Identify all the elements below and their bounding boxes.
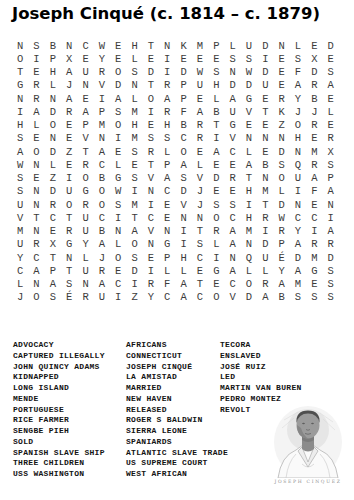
grid-cell: X: [323, 145, 339, 158]
grid-cell: A: [192, 105, 208, 118]
grid-cell: B: [208, 105, 224, 118]
grid-cell: D: [175, 66, 191, 79]
grid-cell: A: [159, 92, 175, 105]
portrait-caption: JOSEPH CINQUEZ: [272, 479, 344, 484]
grid-cell: X: [306, 52, 322, 65]
grid-cell: N: [192, 211, 208, 224]
word-list-item: RELEASED: [126, 405, 228, 416]
grid-cell: O: [208, 291, 224, 304]
grid-cell: P: [77, 119, 93, 132]
grid-cell: P: [159, 251, 175, 264]
grid-cell: S: [274, 158, 290, 171]
grid-cell: U: [77, 225, 93, 238]
grid-cell: R: [77, 291, 93, 304]
grid-cell: U: [77, 66, 93, 79]
word-list-item: MARTIN VAN BUREN: [220, 383, 302, 394]
grid-cell: L: [274, 185, 290, 198]
word-list-item: CONNECTICUT: [126, 351, 228, 362]
grid-cell: S: [290, 291, 306, 304]
grid-cell: V: [192, 172, 208, 185]
grid-cell: R: [28, 92, 44, 105]
grid-cell: D: [175, 185, 191, 198]
grid-cell: N: [45, 132, 61, 145]
grid-cell: O: [175, 145, 191, 158]
grid-cell: L: [323, 105, 339, 118]
grid-cell: W: [12, 158, 28, 171]
grid-cell: I: [110, 291, 126, 304]
word-list-item: SOLD: [13, 437, 105, 448]
grid-cell: S: [175, 172, 191, 185]
grid-cell: D: [323, 39, 339, 52]
grid-cell: C: [12, 264, 28, 277]
grid-cell: W: [241, 66, 257, 79]
grid-cell: A: [290, 238, 306, 251]
grid-cell: L: [175, 264, 191, 277]
grid-cell: E: [306, 278, 322, 291]
grid-cell: G: [159, 238, 175, 251]
grid-cell: Y: [274, 264, 290, 277]
grid-cell: G: [77, 185, 93, 198]
grid-cell: Y: [290, 92, 306, 105]
grid-cell: C: [45, 211, 61, 224]
grid-cell: O: [28, 291, 44, 304]
grid-cell: S: [110, 198, 126, 211]
grid-cell: I: [208, 132, 224, 145]
grid-cell: M: [126, 198, 142, 211]
word-list-item: KIDNAPPED: [13, 372, 105, 383]
grid-cell: O: [143, 92, 159, 105]
grid-cell: I: [94, 92, 110, 105]
grid-cell: E: [224, 185, 240, 198]
grid-cell: N: [290, 198, 306, 211]
grid-cell: D: [274, 198, 290, 211]
grid-cell: V: [241, 105, 257, 118]
grid-cell: U: [94, 291, 110, 304]
grid-cell: R: [159, 79, 175, 92]
grid-cell: L: [110, 158, 126, 171]
grid-cell: Y: [290, 225, 306, 238]
grid-cell: E: [28, 132, 44, 145]
grid-cell: N: [110, 225, 126, 238]
grid-cell: C: [192, 251, 208, 264]
grid-cell: S: [12, 172, 28, 185]
grid-cell: P: [274, 238, 290, 251]
grid-cell: C: [77, 39, 93, 52]
grid-cell: T: [208, 119, 224, 132]
grid-cell: P: [45, 52, 61, 65]
grid-cell: T: [143, 39, 159, 52]
grid-cell: T: [143, 79, 159, 92]
grid-cell: E: [306, 132, 322, 145]
grid-cell: X: [61, 52, 77, 65]
grid-cell: E: [257, 145, 273, 158]
grid-cell: E: [323, 92, 339, 105]
grid-cell: G: [110, 172, 126, 185]
grid-cell: S: [110, 105, 126, 118]
grid-cell: S: [61, 278, 77, 291]
grid-cell: E: [143, 52, 159, 65]
grid-cell: O: [61, 198, 77, 211]
word-list-item: ROGER S BALDWIN: [126, 415, 228, 426]
grid-cell: T: [192, 225, 208, 238]
word-list-item: ATLANTIC SLAVE TRADE: [126, 448, 228, 459]
grid-cell: U: [290, 172, 306, 185]
grid-cell: O: [208, 211, 224, 224]
grid-cell: V: [143, 172, 159, 185]
grid-cell: S: [323, 66, 339, 79]
grid-cell: R: [77, 158, 93, 171]
grid-cell: E: [274, 66, 290, 79]
word-search-grid: NSBNCWEHTNKMPLUDNLEDOIPXEYELEIEEESSIESXE…: [12, 39, 339, 304]
grid-cell: H: [241, 185, 257, 198]
grid-cell: C: [159, 291, 175, 304]
word-list-item: JOSEPH CINQUÉ: [126, 362, 228, 373]
grid-cell: A: [323, 225, 339, 238]
grid-cell: R: [323, 238, 339, 251]
grid-cell: O: [28, 145, 44, 158]
grid-cell: A: [224, 92, 240, 105]
grid-cell: U: [12, 238, 28, 251]
grid-cell: E: [257, 119, 273, 132]
grid-cell: R: [77, 198, 93, 211]
grid-cell: S: [12, 185, 28, 198]
grid-cell: N: [28, 158, 44, 171]
grid-cell: S: [126, 251, 142, 264]
grid-cell: G: [61, 238, 77, 251]
grid-cell: A: [175, 158, 191, 171]
grid-cell: V: [12, 211, 28, 224]
grid-cell: I: [126, 185, 142, 198]
word-list-item: SIERRA LEONE: [126, 426, 228, 437]
grid-cell: S: [306, 291, 322, 304]
grid-cell: E: [110, 52, 126, 65]
grid-cell: N: [28, 198, 44, 211]
grid-cell: S: [192, 238, 208, 251]
grid-cell: O: [77, 172, 93, 185]
grid-cell: E: [323, 119, 339, 132]
grid-cell: M: [126, 105, 142, 118]
grid-cell: A: [224, 225, 240, 238]
grid-cell: P: [208, 39, 224, 52]
grid-cell: Y: [143, 291, 159, 304]
word-list-item: RICE FARMER: [13, 415, 105, 426]
grid-cell: O: [110, 66, 126, 79]
grid-cell: E: [306, 39, 322, 52]
grid-cell: A: [323, 79, 339, 92]
word-list-item: LED: [220, 372, 302, 383]
grid-cell: L: [224, 39, 240, 52]
grid-cell: L: [45, 158, 61, 171]
grid-cell: Q: [241, 251, 257, 264]
grid-cell: O: [241, 278, 257, 291]
grid-cell: E: [274, 52, 290, 65]
grid-cell: N: [45, 92, 61, 105]
grid-cell: A: [94, 238, 110, 251]
grid-cell: M: [94, 119, 110, 132]
word-list-item: NEW HAVEN: [126, 394, 228, 405]
grid-cell: E: [143, 119, 159, 132]
word-list-item: MENDE: [13, 394, 105, 405]
grid-cell: D: [323, 251, 339, 264]
grid-cell: I: [257, 52, 273, 65]
grid-cell: M: [290, 278, 306, 291]
grid-cell: R: [192, 119, 208, 132]
grid-cell: E: [323, 52, 339, 65]
grid-cell: I: [208, 251, 224, 264]
grid-cell: I: [143, 105, 159, 118]
grid-cell: L: [290, 39, 306, 52]
grid-cell: C: [28, 251, 44, 264]
grid-cell: R: [94, 264, 110, 277]
grid-cell: H: [159, 119, 175, 132]
grid-cell: N: [61, 251, 77, 264]
grid-cell: E: [28, 172, 44, 185]
word-list-item: US SUPREME COURT: [126, 458, 228, 469]
grid-cell: S: [159, 132, 175, 145]
grid-cell: V: [94, 79, 110, 92]
grid-cell: M: [257, 185, 273, 198]
word-list-item: LONG ISLAND: [13, 383, 105, 394]
grid-cell: W: [94, 39, 110, 52]
grid-cell: V: [77, 132, 93, 145]
grid-cell: L: [241, 264, 257, 277]
grid-cell: A: [208, 145, 224, 158]
grid-cell: L: [159, 145, 175, 158]
grid-cell: N: [257, 132, 273, 145]
grid-cell: R: [274, 92, 290, 105]
word-list-item: JOSÉ RUIZ: [220, 362, 302, 373]
grid-cell: D: [143, 66, 159, 79]
word-list-item: JOHN QUINCY ADAMS: [13, 362, 105, 373]
word-list-item: USS WASHINGTON: [13, 469, 105, 480]
grid-cell: R: [159, 105, 175, 118]
grid-cell: C: [224, 211, 240, 224]
grid-cell: D: [306, 66, 322, 79]
grid-cell: D: [110, 79, 126, 92]
grid-cell: R: [28, 79, 44, 92]
grid-cell: A: [110, 92, 126, 105]
grid-cell: U: [77, 211, 93, 224]
grid-cell: E: [77, 92, 93, 105]
grid-cell: A: [257, 291, 273, 304]
grid-cell: U: [224, 105, 240, 118]
word-list-column-2: AFRICANSCONNECTICUTJOSEPH CINQUÉLA AMIST…: [126, 340, 228, 480]
grid-cell: N: [323, 198, 339, 211]
grid-cell: G: [306, 264, 322, 277]
grid-cell: D: [257, 66, 273, 79]
grid-cell: D: [257, 238, 273, 251]
grid-cell: T: [143, 158, 159, 171]
grid-cell: C: [224, 278, 240, 291]
grid-cell: N: [94, 132, 110, 145]
grid-cell: S: [45, 291, 61, 304]
grid-cell: I: [143, 264, 159, 277]
grid-cell: E: [110, 264, 126, 277]
grid-cell: N: [126, 79, 142, 92]
grid-cell: C: [94, 158, 110, 171]
joseph-cinque-portrait: JOSEPH CINQUEZ: [272, 404, 344, 484]
grid-cell: X: [45, 238, 61, 251]
grid-cell: T: [12, 66, 28, 79]
grid-cell: A: [224, 238, 240, 251]
grid-cell: R: [143, 145, 159, 158]
grid-cell: D: [257, 39, 273, 52]
grid-cell: I: [28, 52, 44, 65]
grid-cell: N: [28, 225, 44, 238]
grid-cell: E: [28, 66, 44, 79]
grid-cell: S: [143, 132, 159, 145]
grid-cell: I: [159, 52, 175, 65]
word-list-item: ENSLAVED: [220, 351, 302, 362]
grid-cell: É: [274, 251, 290, 264]
grid-cell: L: [241, 145, 257, 158]
grid-cell: E: [208, 278, 224, 291]
grid-cell: A: [306, 172, 322, 185]
grid-cell: I: [143, 198, 159, 211]
grid-cell: H: [45, 66, 61, 79]
grid-cell: N: [159, 225, 175, 238]
grid-cell: N: [143, 185, 159, 198]
grid-cell: Z: [274, 119, 290, 132]
grid-cell: A: [94, 278, 110, 291]
grid-cell: N: [143, 238, 159, 251]
grid-cell: L: [45, 79, 61, 92]
grid-cell: E: [192, 52, 208, 65]
grid-cell: U: [77, 264, 93, 277]
grid-cell: N: [274, 39, 290, 52]
grid-cell: N: [61, 39, 77, 52]
grid-cell: T: [192, 278, 208, 291]
grid-cell: H: [126, 39, 142, 52]
grid-cell: E: [61, 158, 77, 171]
grid-cell: A: [241, 158, 257, 171]
grid-cell: M: [192, 39, 208, 52]
grid-cell: K: [274, 105, 290, 118]
grid-cell: S: [126, 145, 142, 158]
grid-cell: T: [77, 145, 93, 158]
grid-cell: D: [290, 251, 306, 264]
grid-cell: V: [175, 198, 191, 211]
grid-cell: E: [208, 52, 224, 65]
grid-cell: D: [274, 145, 290, 158]
grid-cell: T: [45, 251, 61, 264]
grid-cell: A: [290, 79, 306, 92]
grid-cell: V: [224, 291, 240, 304]
grid-cell: J: [290, 105, 306, 118]
grid-cell: N: [241, 238, 257, 251]
grid-cell: W: [274, 211, 290, 224]
grid-cell: E: [192, 264, 208, 277]
grid-cell: R: [192, 132, 208, 145]
grid-cell: K: [175, 39, 191, 52]
grid-cell: G: [224, 119, 240, 132]
word-list-item: PEDRO MONTEZ: [220, 394, 302, 405]
grid-cell: B: [306, 92, 322, 105]
grid-cell: R: [274, 225, 290, 238]
grid-cell: I: [290, 185, 306, 198]
grid-cell: O: [110, 251, 126, 264]
grid-cell: B: [274, 291, 290, 304]
word-list-item: SPANISH SLAVE SHIP: [13, 448, 105, 459]
grid-cell: D: [241, 79, 257, 92]
grid-cell: L: [208, 238, 224, 251]
grid-cell: A: [323, 185, 339, 198]
grid-cell: I: [306, 225, 322, 238]
grid-cell: R: [323, 132, 339, 145]
grid-cell: I: [61, 172, 77, 185]
grid-cell: N: [12, 39, 28, 52]
grid-cell: E: [306, 198, 322, 211]
grid-cell: S: [28, 39, 44, 52]
grid-cell: C: [143, 211, 159, 224]
grid-cell: G: [208, 264, 224, 277]
grid-cell: I: [257, 225, 273, 238]
grid-cell: F: [159, 278, 175, 291]
grid-cell: I: [110, 211, 126, 224]
grid-cell: E: [192, 145, 208, 158]
grid-cell: I: [323, 211, 339, 224]
grid-cell: R: [306, 158, 322, 171]
grid-cell: A: [28, 264, 44, 277]
grid-cell: N: [12, 92, 28, 105]
grid-cell: N: [290, 145, 306, 158]
grid-cell: D: [45, 185, 61, 198]
grid-cell: I: [12, 105, 28, 118]
grid-cell: L: [110, 238, 126, 251]
grid-cell: B: [175, 119, 191, 132]
grid-cell: Y: [94, 52, 110, 65]
grid-cell: É: [61, 291, 77, 304]
grid-cell: E: [45, 225, 61, 238]
grid-cell: E: [77, 52, 93, 65]
grid-cell: A: [126, 225, 142, 238]
grid-cell: E: [175, 52, 191, 65]
grid-cell: D: [45, 145, 61, 158]
grid-cell: J: [12, 291, 28, 304]
grid-cell: M: [126, 132, 142, 145]
grid-cell: J: [192, 198, 208, 211]
word-list-item: MARRIED: [126, 383, 228, 394]
grid-cell: T: [61, 264, 77, 277]
grid-cell: S: [323, 264, 339, 277]
grid-cell: E: [224, 158, 240, 171]
grid-cell: Y: [77, 238, 93, 251]
grid-cell: S: [323, 278, 339, 291]
grid-cell: U: [192, 79, 208, 92]
grid-cell: S: [323, 158, 339, 171]
word-list-item: WEST AFRICAN: [126, 469, 228, 480]
grid-cell: U: [257, 251, 273, 264]
grid-cell: S: [12, 132, 28, 145]
grid-cell: D: [241, 291, 257, 304]
grid-cell: A: [28, 105, 44, 118]
grid-cell: T: [241, 172, 257, 185]
grid-cell: A: [94, 145, 110, 158]
grid-cell: C: [159, 185, 175, 198]
grid-cell: M: [306, 251, 322, 264]
grid-cell: S: [208, 66, 224, 79]
word-list-item: PORTUGUESE: [13, 405, 105, 416]
grid-cell: U: [257, 79, 273, 92]
grid-cell: L: [77, 251, 93, 264]
grid-cell: R: [61, 225, 77, 238]
grid-cell: A: [175, 278, 191, 291]
grid-cell: U: [61, 185, 77, 198]
grid-cell: S: [290, 52, 306, 65]
word-list-item: TECORA: [220, 340, 302, 351]
grid-cell: T: [28, 211, 44, 224]
grid-cell: B: [94, 172, 110, 185]
